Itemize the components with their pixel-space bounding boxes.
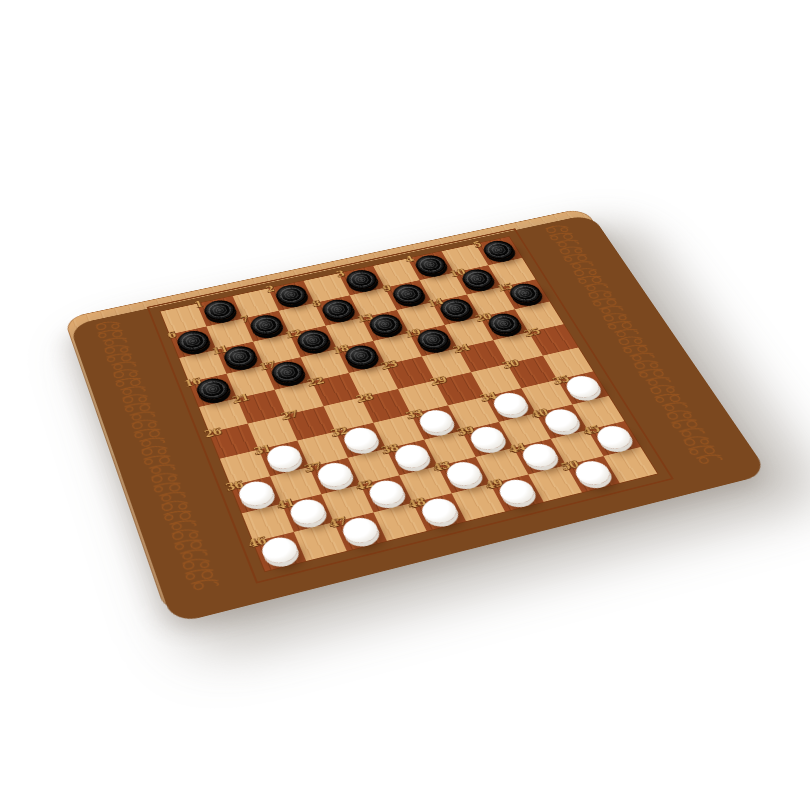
photo-scene: 1234567891011121314151617181920212223242… bbox=[0, 0, 810, 810]
black-piece[interactable] bbox=[342, 267, 380, 291]
square-number: 26 bbox=[203, 426, 223, 440]
black-piece[interactable] bbox=[272, 282, 310, 307]
black-piece[interactable] bbox=[388, 282, 427, 306]
square-number: 27 bbox=[279, 408, 299, 421]
black-piece[interactable] bbox=[173, 328, 211, 354]
draughts-board: 1234567891011121314151617181920212223242… bbox=[64, 208, 760, 615]
black-piece[interactable] bbox=[246, 312, 284, 337]
black-piece[interactable] bbox=[318, 297, 356, 322]
black-piece[interactable] bbox=[411, 253, 449, 277]
square-number: 21 bbox=[231, 392, 251, 405]
black-piece[interactable] bbox=[200, 298, 238, 323]
black-piece[interactable] bbox=[479, 238, 517, 261]
